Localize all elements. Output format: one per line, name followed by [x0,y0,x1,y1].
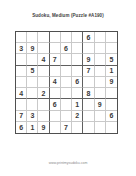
cell-r9c9[interactable] [106,122,117,133]
cell-r4c9[interactable]: 1 [106,66,117,77]
cell-r5c5[interactable] [61,77,72,88]
cell-r1c2[interactable] [27,32,38,43]
cell-r2c4[interactable] [50,43,61,54]
cell-r2c8[interactable] [95,43,106,54]
cell-r4c6[interactable] [72,66,83,77]
cell-r5c2[interactable] [27,77,38,88]
cell-r7c9[interactable] [106,99,117,110]
cell-r8c1[interactable]: 7 [16,111,27,122]
cell-r5c3[interactable] [38,77,49,88]
cell-r7c6[interactable]: 1 [72,99,83,110]
cell-r3c2[interactable] [27,54,38,65]
cell-r5c4[interactable]: 4 [50,77,61,88]
cell-r6c5[interactable] [61,88,72,99]
cell-r8c2[interactable]: 3 [27,111,38,122]
cell-r4c7[interactable]: 7 [83,66,94,77]
cell-r6c7[interactable]: 8 [83,88,94,99]
cell-r3c9[interactable]: 5 [106,54,117,65]
cell-r9c7[interactable] [83,122,94,133]
cell-r1c6[interactable] [72,32,83,43]
cell-r4c4[interactable] [50,66,61,77]
cell-r2c5[interactable]: 6 [61,43,72,54]
cell-r3c1[interactable] [16,54,27,65]
cell-r6c4[interactable] [50,88,61,99]
cell-r9c2[interactable]: 1 [27,122,38,133]
cell-r2c1[interactable]: 3 [16,43,27,54]
cell-r2c9[interactable] [106,43,117,54]
cell-r3c5[interactable] [61,54,72,65]
cell-r7c7[interactable] [83,99,94,110]
cell-r6c3[interactable]: 2 [38,88,49,99]
cell-r6c8[interactable] [95,88,106,99]
cell-r6c6[interactable] [72,88,83,99]
cell-r9c5[interactable]: 7 [61,122,72,133]
cell-r3c7[interactable]: 9 [83,54,94,65]
puzzle-title: Sudoku, Medium (Puzzle #A190) [0,13,136,18]
cell-r9c6[interactable] [72,122,83,133]
cell-r7c2[interactable] [27,99,38,110]
cell-r7c4[interactable]: 6 [50,99,61,110]
cell-r8c7[interactable] [83,111,94,122]
cell-r4c3[interactable] [38,66,49,77]
cell-r8c5[interactable] [61,111,72,122]
cell-r5c8[interactable] [95,77,106,88]
cell-r6c2[interactable] [27,88,38,99]
cell-r7c3[interactable] [38,99,49,110]
cell-r8c8[interactable] [95,111,106,122]
cell-r7c8[interactable]: 9 [95,99,106,110]
cell-r3c3[interactable]: 4 [38,54,49,65]
cell-r8c9[interactable]: 6 [106,111,117,122]
sudoku-page: Sudoku, Medium (Puzzle #A190) 6396479557… [0,0,136,176]
cell-r5c7[interactable] [83,77,94,88]
cell-r1c7[interactable]: 6 [83,32,94,43]
cell-r6c1[interactable]: 4 [16,88,27,99]
footer-url: www.printmysudoku.com [0,161,136,165]
cell-r1c9[interactable] [106,32,117,43]
cell-r3c8[interactable] [95,54,106,65]
cell-r1c1[interactable] [16,32,27,43]
cell-r1c4[interactable] [50,32,61,43]
cell-r2c7[interactable] [83,43,94,54]
cell-r2c3[interactable] [38,43,49,54]
cell-r9c4[interactable] [50,122,61,133]
cell-r2c6[interactable] [72,43,83,54]
cell-r4c2[interactable]: 5 [27,66,38,77]
cell-r1c5[interactable] [61,32,72,43]
cell-r4c5[interactable] [61,66,72,77]
cell-r3c4[interactable]: 7 [50,54,61,65]
cell-r9c8[interactable] [95,122,106,133]
cell-r7c5[interactable] [61,99,72,110]
cell-r5c9[interactable]: 9 [106,77,117,88]
cell-r6c9[interactable] [106,88,117,99]
cell-r1c3[interactable] [38,32,49,43]
cell-r8c6[interactable]: 2 [72,111,83,122]
cell-r9c1[interactable]: 6 [16,122,27,133]
cell-r8c3[interactable] [38,111,49,122]
cell-r2c2[interactable]: 9 [27,43,38,54]
cell-r3c6[interactable] [72,54,83,65]
cell-r5c6[interactable]: 6 [72,77,83,88]
cell-r4c1[interactable] [16,66,27,77]
cell-r1c8[interactable] [95,32,106,43]
cell-r7c1[interactable] [16,99,27,110]
sudoku-board: 6396479557146942861973266197 [15,31,118,134]
cell-r4c8[interactable] [95,66,106,77]
cell-r8c4[interactable] [50,111,61,122]
cell-r9c3[interactable]: 9 [38,122,49,133]
cell-r5c1[interactable] [16,77,27,88]
